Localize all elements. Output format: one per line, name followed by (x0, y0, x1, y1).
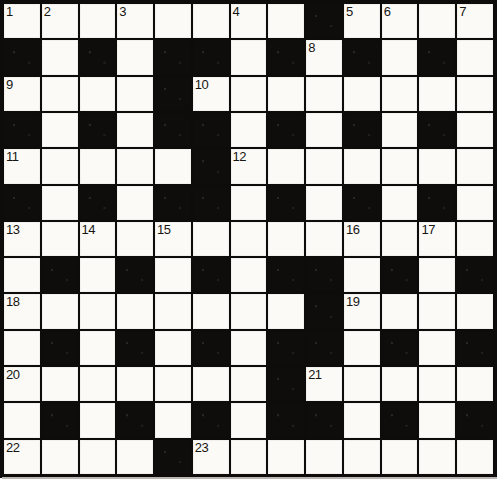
white-cell-r9c2[interactable] (42, 294, 78, 328)
white-cell-r11c5[interactable] (155, 367, 191, 401)
clue-number-2: 2 (44, 4, 51, 19)
clue-number-15: 15 (157, 222, 170, 237)
white-cell-r13c2[interactable] (42, 440, 78, 474)
white-cell-r11c6[interactable] (193, 367, 229, 401)
white-cell-r12c7[interactable] (231, 403, 267, 437)
white-cell-r8c1[interactable] (4, 258, 40, 292)
white-cell-r12c5[interactable] (155, 403, 191, 437)
black-cell-r2c12 (419, 40, 455, 74)
clue-number-13: 13 (6, 222, 19, 237)
white-cell-r7c2[interactable] (42, 222, 78, 256)
black-cell-r4c6 (193, 113, 229, 147)
white-cell-r5c13[interactable] (457, 149, 493, 183)
clue-number-4: 4 (233, 4, 240, 19)
white-cell-r6c4[interactable] (117, 186, 153, 220)
white-cell-r9c3[interactable] (80, 294, 116, 328)
white-cell-r13c12[interactable] (419, 440, 455, 474)
white-cell-r1c1[interactable]: 1 (4, 4, 40, 38)
white-cell-r7c5[interactable]: 15 (155, 222, 191, 256)
white-cell-r10c3[interactable] (80, 331, 116, 365)
white-cell-r6c11[interactable] (382, 186, 418, 220)
black-cell-r10c9 (306, 331, 342, 365)
white-cell-r11c2[interactable] (42, 367, 78, 401)
white-cell-r5c10[interactable] (344, 149, 380, 183)
black-cell-r8c11 (382, 258, 418, 292)
black-cell-r10c2 (42, 331, 78, 365)
white-cell-r12c10[interactable] (344, 403, 380, 437)
black-cell-r6c5 (155, 186, 191, 220)
white-cell-r8c10[interactable] (344, 258, 380, 292)
white-cell-r2c7[interactable] (231, 40, 267, 74)
clue-number-7: 7 (459, 4, 466, 19)
black-cell-r2c6 (193, 40, 229, 74)
white-cell-r2c11[interactable] (382, 40, 418, 74)
white-cell-r11c3[interactable] (80, 367, 116, 401)
white-cell-r6c7[interactable] (231, 186, 267, 220)
white-cell-r1c10[interactable]: 5 (344, 4, 380, 38)
clue-number-1: 1 (6, 4, 13, 19)
white-cell-r11c4[interactable] (117, 367, 153, 401)
black-cell-r2c1 (4, 40, 40, 74)
clue-number-20: 20 (6, 367, 19, 382)
black-cell-r11c8 (268, 367, 304, 401)
black-cell-r8c8 (268, 258, 304, 292)
white-cell-r7c4[interactable] (117, 222, 153, 256)
black-cell-r6c6 (193, 186, 229, 220)
white-cell-r7c9[interactable] (306, 222, 342, 256)
white-cell-r3c6[interactable]: 10 (193, 77, 229, 111)
white-cell-r5c11[interactable] (382, 149, 418, 183)
clue-number-17: 17 (421, 222, 434, 237)
black-cell-r9c9 (306, 294, 342, 328)
white-cell-r9c4[interactable] (117, 294, 153, 328)
clue-number-23: 23 (195, 440, 208, 455)
black-cell-r2c10 (344, 40, 380, 74)
white-cell-r1c8[interactable] (268, 4, 304, 38)
white-cell-r5c1[interactable]: 11 (4, 149, 40, 183)
white-cell-r5c5[interactable] (155, 149, 191, 183)
white-cell-r7c10[interactable]: 16 (344, 222, 380, 256)
white-cell-r4c4[interactable] (117, 113, 153, 147)
white-cell-r11c9[interactable]: 21 (306, 367, 342, 401)
clue-number-19: 19 (346, 294, 359, 309)
white-cell-r10c12[interactable] (419, 331, 455, 365)
white-cell-r2c9[interactable]: 8 (306, 40, 342, 74)
white-cell-r1c4[interactable]: 3 (117, 4, 153, 38)
white-cell-r5c12[interactable] (419, 149, 455, 183)
white-cell-r11c13[interactable] (457, 367, 493, 401)
clue-number-3: 3 (119, 4, 126, 19)
white-cell-r13c3[interactable] (80, 440, 116, 474)
white-cell-r13c9[interactable] (306, 440, 342, 474)
white-cell-r3c9[interactable] (306, 77, 342, 111)
white-cell-r13c6[interactable]: 23 (193, 440, 229, 474)
white-cell-r11c11[interactable] (382, 367, 418, 401)
white-cell-r3c8[interactable] (268, 77, 304, 111)
white-cell-r8c3[interactable] (80, 258, 116, 292)
white-cell-r1c5[interactable] (155, 4, 191, 38)
black-cell-r10c11 (382, 331, 418, 365)
white-cell-r6c9[interactable] (306, 186, 342, 220)
clue-number-8: 8 (308, 40, 315, 55)
white-cell-r9c6[interactable] (193, 294, 229, 328)
white-cell-r5c3[interactable] (80, 149, 116, 183)
white-cell-r3c7[interactable] (231, 77, 267, 111)
white-cell-r3c1[interactable]: 9 (4, 77, 40, 111)
black-cell-r6c3 (80, 186, 116, 220)
white-cell-r12c1[interactable] (4, 403, 40, 437)
black-cell-r12c2 (42, 403, 78, 437)
black-cell-r10c6 (193, 331, 229, 365)
white-cell-r9c11[interactable] (382, 294, 418, 328)
white-cell-r11c1[interactable]: 20 (4, 367, 40, 401)
clue-number-12: 12 (233, 149, 246, 164)
white-cell-r13c7[interactable] (231, 440, 267, 474)
white-cell-r11c7[interactable] (231, 367, 267, 401)
white-cell-r5c7[interactable]: 12 (231, 149, 267, 183)
white-cell-r7c1[interactable]: 13 (4, 222, 40, 256)
white-cell-r5c2[interactable] (42, 149, 78, 183)
black-cell-r10c4 (117, 331, 153, 365)
white-cell-r13c8[interactable] (268, 440, 304, 474)
white-cell-r1c2[interactable]: 2 (42, 4, 78, 38)
black-cell-r10c13 (457, 331, 493, 365)
white-cell-r9c10[interactable]: 19 (344, 294, 380, 328)
clue-number-21: 21 (308, 367, 321, 382)
black-cell-r4c5 (155, 113, 191, 147)
white-cell-r9c12[interactable] (419, 294, 455, 328)
black-cell-r12c13 (457, 403, 493, 437)
white-cell-r1c6[interactable] (193, 4, 229, 38)
black-cell-r2c5 (155, 40, 191, 74)
clue-number-10: 10 (195, 77, 208, 92)
white-cell-r1c11[interactable]: 6 (382, 4, 418, 38)
black-cell-r12c6 (193, 403, 229, 437)
black-cell-r12c11 (382, 403, 418, 437)
black-cell-r12c9 (306, 403, 342, 437)
black-cell-r4c10 (344, 113, 380, 147)
black-cell-r6c8 (268, 186, 304, 220)
black-cell-r8c13 (457, 258, 493, 292)
white-cell-r7c8[interactable] (268, 222, 304, 256)
white-cell-r13c10[interactable] (344, 440, 380, 474)
black-cell-r4c12 (419, 113, 455, 147)
white-cell-r9c13[interactable] (457, 294, 493, 328)
white-cell-r2c2[interactable] (42, 40, 78, 74)
black-cell-r12c8 (268, 403, 304, 437)
white-cell-r2c13[interactable] (457, 40, 493, 74)
white-cell-r9c5[interactable] (155, 294, 191, 328)
white-cell-r10c1[interactable] (4, 331, 40, 365)
black-cell-r4c1 (4, 113, 40, 147)
black-cell-r8c2 (42, 258, 78, 292)
white-cell-r13c1[interactable]: 22 (4, 440, 40, 474)
black-cell-r3c5 (155, 77, 191, 111)
crossword-board: 1234567891011121314151617181920212223 (0, 0, 497, 478)
white-cell-r8c7[interactable] (231, 258, 267, 292)
black-cell-r4c3 (80, 113, 116, 147)
white-cell-r3c4[interactable] (117, 77, 153, 111)
white-cell-r4c2[interactable] (42, 113, 78, 147)
white-cell-r1c7[interactable]: 4 (231, 4, 267, 38)
white-cell-r2c4[interactable] (117, 40, 153, 74)
white-cell-r9c8[interactable] (268, 294, 304, 328)
white-cell-r6c2[interactable] (42, 186, 78, 220)
black-cell-r13c5 (155, 440, 191, 474)
white-cell-r1c12[interactable] (419, 4, 455, 38)
white-cell-r10c5[interactable] (155, 331, 191, 365)
white-cell-r7c11[interactable] (382, 222, 418, 256)
white-cell-r9c1[interactable]: 18 (4, 294, 40, 328)
white-cell-r8c5[interactable] (155, 258, 191, 292)
clue-number-6: 6 (384, 4, 391, 19)
black-cell-r4c8 (268, 113, 304, 147)
white-cell-r13c13[interactable] (457, 440, 493, 474)
clue-number-9: 9 (6, 77, 13, 92)
white-cell-r4c13[interactable] (457, 113, 493, 147)
white-cell-r13c11[interactable] (382, 440, 418, 474)
black-cell-r8c9 (306, 258, 342, 292)
white-cell-r5c9[interactable] (306, 149, 342, 183)
white-cell-r3c2[interactable] (42, 77, 78, 111)
white-cell-r9c7[interactable] (231, 294, 267, 328)
white-cell-r4c11[interactable] (382, 113, 418, 147)
white-cell-r7c7[interactable] (231, 222, 267, 256)
white-cell-r5c4[interactable] (117, 149, 153, 183)
white-cell-r1c3[interactable] (80, 4, 116, 38)
white-cell-r7c12[interactable]: 17 (419, 222, 455, 256)
white-cell-r6c13[interactable] (457, 186, 493, 220)
black-cell-r2c8 (268, 40, 304, 74)
white-cell-r11c10[interactable] (344, 367, 380, 401)
black-cell-r2c3 (80, 40, 116, 74)
white-cell-r4c7[interactable] (231, 113, 267, 147)
white-cell-r4c9[interactable] (306, 113, 342, 147)
clue-number-18: 18 (6, 294, 19, 309)
crossword-puzzle: 1234567891011121314151617181920212223 (0, 0, 497, 480)
clue-number-5: 5 (346, 4, 353, 19)
white-cell-r12c12[interactable] (419, 403, 455, 437)
white-cell-r3c13[interactable] (457, 77, 493, 111)
clue-number-22: 22 (6, 440, 19, 455)
clue-number-16: 16 (346, 222, 359, 237)
black-cell-r1c9 (306, 4, 342, 38)
white-cell-r7c13[interactable] (457, 222, 493, 256)
white-cell-r10c7[interactable] (231, 331, 267, 365)
white-cell-r11c12[interactable] (419, 367, 455, 401)
white-cell-r3c11[interactable] (382, 77, 418, 111)
white-cell-r7c3[interactable]: 14 (80, 222, 116, 256)
black-cell-r10c8 (268, 331, 304, 365)
white-cell-r10c10[interactable] (344, 331, 380, 365)
white-cell-r3c3[interactable] (80, 77, 116, 111)
black-cell-r6c1 (4, 186, 40, 220)
white-cell-r7c6[interactable] (193, 222, 229, 256)
scan-shadow-edge (2, 477, 497, 479)
clue-number-14: 14 (82, 222, 95, 237)
clue-number-11: 11 (6, 149, 19, 164)
white-cell-r1c13[interactable]: 7 (457, 4, 493, 38)
white-cell-r13c4[interactable] (117, 440, 153, 474)
white-cell-r12c3[interactable] (80, 403, 116, 437)
white-cell-r5c8[interactable] (268, 149, 304, 183)
black-cell-r6c10 (344, 186, 380, 220)
black-cell-r12c4 (117, 403, 153, 437)
white-cell-r3c10[interactable] (344, 77, 380, 111)
white-cell-r8c12[interactable] (419, 258, 455, 292)
black-cell-r6c12 (419, 186, 455, 220)
black-cell-r8c6 (193, 258, 229, 292)
white-cell-r3c12[interactable] (419, 77, 455, 111)
black-cell-r5c6 (193, 149, 229, 183)
black-cell-r8c4 (117, 258, 153, 292)
